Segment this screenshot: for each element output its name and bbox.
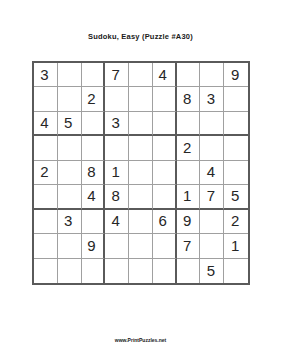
cell-r3c4: 3 (105, 112, 129, 136)
cell-r2c5 (129, 87, 153, 111)
cell-r8c5 (129, 234, 153, 258)
cell-r9c9 (224, 259, 248, 283)
cell-r5c7 (177, 161, 201, 185)
cell-r7c5 (129, 210, 153, 234)
cell-r1c2 (58, 63, 82, 87)
cell-r3c7 (177, 112, 201, 136)
cell-r6c6 (153, 185, 177, 209)
cell-r5c9 (224, 161, 248, 185)
cell-r5c1: 2 (34, 161, 58, 185)
cell-r9c1 (34, 259, 58, 283)
cell-r9c3 (82, 259, 106, 283)
cell-r2c7: 8 (177, 87, 201, 111)
cell-r3c2: 5 (58, 112, 82, 136)
cell-r7c7: 9 (177, 210, 201, 234)
cell-r2c8: 3 (200, 87, 224, 111)
cell-r9c6 (153, 259, 177, 283)
cell-r6c5 (129, 185, 153, 209)
cell-r2c1 (34, 87, 58, 111)
cell-r2c9 (224, 87, 248, 111)
cell-r7c9: 2 (224, 210, 248, 234)
cell-r1c7 (177, 63, 201, 87)
cell-r7c1 (34, 210, 58, 234)
cell-r2c3: 2 (82, 87, 106, 111)
cell-r6c9: 5 (224, 185, 248, 209)
cell-r3c1: 4 (34, 112, 58, 136)
cell-r4c9 (224, 136, 248, 160)
cell-r1c5 (129, 63, 153, 87)
cell-r4c3 (82, 136, 106, 160)
cell-r8c9: 1 (224, 234, 248, 258)
cell-r6c7: 1 (177, 185, 201, 209)
cell-r8c2 (58, 234, 82, 258)
cell-r4c1 (34, 136, 58, 160)
cell-r3c9 (224, 112, 248, 136)
cell-r7c8 (200, 210, 224, 234)
cell-r9c5 (129, 259, 153, 283)
cell-r7c2: 3 (58, 210, 82, 234)
footer-url: www.PrintPuzzles.net (0, 337, 281, 343)
cell-r8c6 (153, 234, 177, 258)
cell-r4c2 (58, 136, 82, 160)
cell-r4c5 (129, 136, 153, 160)
cell-r1c8 (200, 63, 224, 87)
cell-r6c4: 8 (105, 185, 129, 209)
cell-r5c8: 4 (200, 161, 224, 185)
cell-r8c3: 9 (82, 234, 106, 258)
cell-r4c6 (153, 136, 177, 160)
cell-r6c3: 4 (82, 185, 106, 209)
cell-r9c7 (177, 259, 201, 283)
sudoku-printout-page: Sudoku, Easy (Puzzle #A30) 3749283453228… (0, 0, 281, 363)
cell-r7c6: 6 (153, 210, 177, 234)
cell-r6c8: 7 (200, 185, 224, 209)
cell-r2c6 (153, 87, 177, 111)
cell-r1c6: 4 (153, 63, 177, 87)
cell-r6c1 (34, 185, 58, 209)
page-title: Sudoku, Easy (Puzzle #A30) (0, 32, 281, 41)
cell-r5c6 (153, 161, 177, 185)
cell-r8c8 (200, 234, 224, 258)
cell-r1c4: 7 (105, 63, 129, 87)
cell-r1c9: 9 (224, 63, 248, 87)
cell-r5c2 (58, 161, 82, 185)
cell-r5c4: 1 (105, 161, 129, 185)
cell-r7c4: 4 (105, 210, 129, 234)
cell-r8c4 (105, 234, 129, 258)
cell-r3c5 (129, 112, 153, 136)
cell-r1c1: 3 (34, 63, 58, 87)
sudoku-board: 37492834532281448175346929715 (32, 61, 250, 285)
cell-r5c3: 8 (82, 161, 106, 185)
cell-r7c3 (82, 210, 106, 234)
cell-r5c5 (129, 161, 153, 185)
cell-r4c7: 2 (177, 136, 201, 160)
cell-r3c8 (200, 112, 224, 136)
cell-r8c7: 7 (177, 234, 201, 258)
cell-r4c4 (105, 136, 129, 160)
cell-r1c3 (82, 63, 106, 87)
cell-r2c2 (58, 87, 82, 111)
cell-r9c4 (105, 259, 129, 283)
cell-r9c8: 5 (200, 259, 224, 283)
cell-r3c6 (153, 112, 177, 136)
cell-r3c3 (82, 112, 106, 136)
cell-r9c2 (58, 259, 82, 283)
cell-r6c2 (58, 185, 82, 209)
cell-r2c4 (105, 87, 129, 111)
cell-r4c8 (200, 136, 224, 160)
cell-r8c1 (34, 234, 58, 258)
